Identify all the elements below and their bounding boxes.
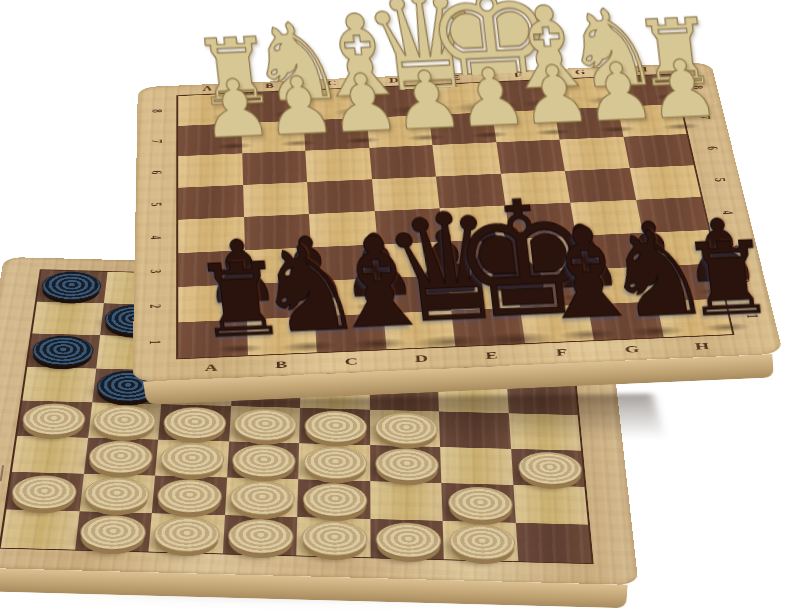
rank-labels-right-label-5: 5: [711, 177, 729, 181]
rank-labels-left-cell: 1: [133, 323, 176, 361]
checkers-square-r7c6[interactable]: [370, 481, 443, 520]
chess-square-h5[interactable]: [629, 165, 701, 200]
chess-square-a6[interactable]: [178, 153, 242, 187]
rank-labels-left: 87654321: [133, 95, 177, 361]
product-photo-stage: CE 8765432187654321ABCDEFGHABCDEFGH♜♞♝♛♚…: [0, 0, 800, 613]
chess-piece-white-pawn-h7[interactable]: ♟: [620, 47, 745, 131]
chess-square-c6[interactable]: [305, 148, 371, 182]
file-labels-bottom-cell: D: [386, 347, 458, 370]
file-labels-bottom-cell: G: [595, 338, 669, 361]
rank-labels-left-label-5: 5: [147, 202, 164, 206]
checkers-square-r6c1[interactable]: [12, 436, 88, 474]
file-labels-bottom-label-F: F: [555, 347, 568, 359]
file-labels-bottom-label-D: D: [414, 353, 428, 365]
checkers-square-r7c8[interactable]: [513, 485, 588, 524]
file-labels-bottom-label-A: A: [205, 362, 218, 374]
chess-square-d6[interactable]: [369, 145, 436, 179]
chess-piece-black-rook-h1[interactable]: ♜: [659, 227, 797, 332]
rank-labels-left-label-7: 7: [148, 139, 164, 143]
file-labels-bottom-cell: H: [665, 335, 739, 358]
file-labels-bottom-label-C: C: [344, 356, 358, 368]
checkers-square-r8c8[interactable]: [515, 522, 591, 563]
rank-labels-left-label-1: 1: [146, 339, 164, 344]
rank-labels-left-label-2: 2: [146, 304, 164, 309]
checkers-square-r2c1[interactable]: [32, 301, 103, 335]
chess-board: 8765432187654321ABCDEFGHABCDEFGH♜♞♝♛♚♝♞♜…: [132, 62, 783, 382]
rank-labels-left-label-6: 6: [148, 170, 165, 174]
checkers-board-front-edge: [0, 567, 628, 608]
rank-labels-left-label-4: 4: [147, 235, 164, 240]
chess-square-a5[interactable]: [178, 185, 243, 220]
chess-square-b6[interactable]: [242, 151, 307, 185]
file-labels-bottom-cell: C: [316, 350, 388, 373]
rank-labels-left-cell: 8: [137, 95, 176, 127]
checkers-square-r6c7[interactable]: [440, 447, 513, 485]
rank-labels-left-cell: 4: [135, 220, 177, 255]
rank-labels-left-cell: 3: [134, 253, 176, 289]
file-labels-bottom-label-E: E: [485, 350, 498, 362]
checkers-square-r4c1[interactable]: [22, 367, 95, 403]
rank-labels-left-label-3: 3: [147, 269, 164, 274]
rank-labels-left-cell: 2: [133, 287, 176, 324]
rank-labels-left-cell: 5: [135, 187, 176, 221]
rank-labels-left-cell: 7: [136, 125, 176, 157]
file-labels-bottom-cell: A: [176, 356, 246, 379]
rank-labels-right-label-6: 6: [703, 146, 720, 150]
rank-labels-right-cell: 5: [696, 163, 744, 197]
rank-labels-left-cell: 6: [136, 156, 176, 189]
ce-certification-mark: CE: [0, 460, 7, 481]
checkers-square-r8c1[interactable]: [1, 509, 79, 549]
file-labels-bottom-label-G: G: [624, 344, 640, 356]
chess-board-scene: 8765432187654321ABCDEFGHABCDEFGH♜♞♝♛♚♝♞♜…: [132, 62, 783, 382]
file-labels-bottom-label-B: B: [275, 359, 288, 371]
file-labels-bottom-cell: B: [246, 353, 317, 376]
file-labels-bottom-cell: E: [455, 344, 528, 367]
chess-square-h6[interactable]: [623, 134, 694, 168]
fine-print-line: [0, 465, 4, 481]
chess-square-c5[interactable]: [307, 179, 374, 214]
chess-square-b5[interactable]: [243, 182, 309, 217]
rank-labels-left-label-8: 8: [149, 109, 165, 113]
file-labels-bottom-label-H: H: [694, 341, 710, 353]
rank-labels-right-cell: 6: [688, 132, 736, 165]
